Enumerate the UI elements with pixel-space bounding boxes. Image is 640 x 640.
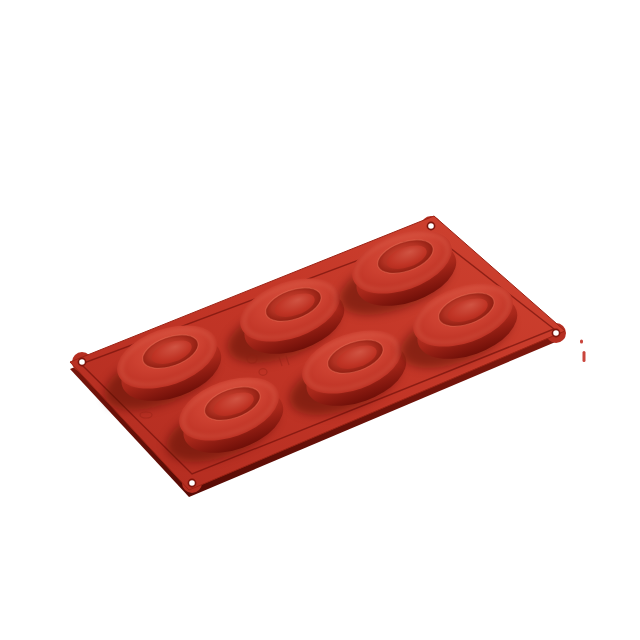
image-artifact-1 <box>580 340 583 344</box>
silicone-mold-photo <box>0 0 640 640</box>
image-artifact-2 <box>583 351 586 362</box>
corner-hole-4 <box>78 358 85 365</box>
product-photo-canvas <box>0 0 640 640</box>
corner-hole-3 <box>188 479 195 486</box>
corner-hole-1 <box>427 222 434 229</box>
corner-hole-2 <box>552 329 559 336</box>
